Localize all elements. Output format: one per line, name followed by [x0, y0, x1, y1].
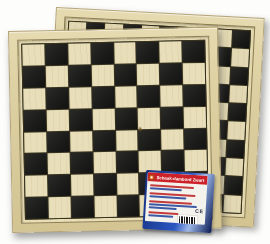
ce-mark-icon: CE [195, 209, 204, 215]
square-light [223, 195, 241, 213]
label-white-panel: Schaak-dambord Zwart CE [145, 172, 208, 225]
square-light [70, 131, 92, 152]
square-dark [116, 152, 138, 173]
square-light [115, 86, 137, 107]
square-dark [162, 151, 184, 172]
square-light [137, 64, 159, 85]
label-body: CE [145, 181, 207, 222]
square-dark [92, 87, 114, 108]
square-dark [69, 109, 91, 130]
square-light [24, 132, 46, 153]
square-dark [117, 195, 139, 216]
square-dark [48, 175, 70, 196]
square-light [91, 65, 113, 86]
square-light [46, 66, 68, 87]
square-dark [91, 43, 113, 64]
square-light [69, 87, 91, 108]
square-light [229, 85, 247, 103]
square-light [94, 196, 116, 217]
square-dark [184, 128, 206, 149]
square-light [160, 85, 182, 106]
label-blue-card: Schaak-dambord Zwart CE [142, 170, 214, 233]
square-dark [230, 67, 248, 85]
product-label: Schaak-dambord Zwart CE [142, 170, 214, 233]
square-dark [45, 44, 67, 65]
square-light [160, 41, 182, 62]
square-dark [160, 63, 182, 84]
square-dark [46, 88, 68, 109]
square-dark [226, 140, 244, 158]
square-dark [70, 153, 92, 174]
square-dark [228, 103, 246, 121]
product-photo: Schaak-dambord Zwart CE [0, 0, 270, 244]
square-dark [232, 30, 250, 48]
square-light [184, 107, 206, 128]
square-light [93, 152, 115, 173]
square-dark [182, 41, 204, 62]
square-light [23, 88, 45, 109]
barcode-icon [178, 215, 198, 225]
square-dark [93, 130, 115, 151]
square-light [138, 107, 160, 128]
square-light [225, 158, 243, 176]
square-dark [24, 110, 46, 131]
label-text-line [149, 206, 177, 210]
square-dark [137, 42, 159, 63]
square-dark [71, 196, 93, 217]
square-light [68, 43, 90, 64]
square-light [25, 175, 47, 196]
square-light [47, 153, 69, 174]
square-light [117, 174, 139, 195]
square-light [161, 129, 183, 150]
brand-logo-icon [148, 174, 154, 180]
square-dark [25, 197, 47, 218]
square-light [227, 122, 245, 140]
square-light [22, 44, 44, 65]
square-light [47, 109, 69, 130]
square-dark [114, 64, 136, 85]
square-dark [47, 131, 69, 152]
square-light [114, 42, 136, 63]
square-dark [183, 85, 205, 106]
square-light [185, 150, 207, 171]
square-dark [23, 66, 45, 87]
square-light [71, 175, 93, 196]
square-dark [68, 65, 90, 86]
square-dark [94, 174, 116, 195]
square-dark [115, 108, 137, 129]
square-dark [224, 176, 242, 194]
square-dark [25, 154, 47, 175]
square-dark [138, 86, 160, 107]
square-light [92, 108, 114, 129]
square-light [183, 63, 205, 84]
square-dark [161, 107, 183, 128]
square-light [231, 49, 249, 67]
label-text-line [148, 214, 173, 218]
square-light [48, 197, 70, 218]
square-dark [138, 129, 160, 150]
square-light [116, 130, 138, 151]
